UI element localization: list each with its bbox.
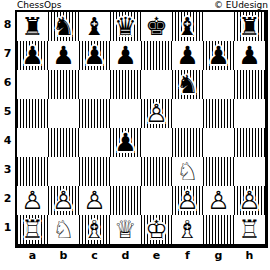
square-a2[interactable]: ♟♙	[17, 186, 48, 215]
square-b7[interactable]: ♟♟	[48, 41, 79, 70]
square-g2[interactable]: ♟♙	[203, 186, 234, 215]
square-e5[interactable]: ♟♙	[141, 99, 172, 128]
white-bishop-icon: ♗	[79, 215, 110, 244]
rank-label-7: 7	[0, 39, 15, 68]
square-b5[interactable]	[48, 99, 79, 128]
file-label-h: h	[234, 248, 265, 263]
white-knight-icon: ♘	[172, 157, 203, 186]
black-pawn-icon: ♟	[110, 128, 141, 157]
square-c2[interactable]: ♟♙	[79, 186, 110, 215]
black-king-icon: ♚	[141, 12, 172, 41]
white-pawn-icon: ♙	[17, 186, 48, 215]
copyright-credit: © EUdesign	[214, 0, 268, 10]
file-labels: abcdefgh	[17, 248, 265, 263]
rank-label-3: 3	[0, 155, 15, 184]
square-h4[interactable]	[234, 128, 265, 157]
black-queen-icon: ♛	[110, 12, 141, 41]
title-bar: ChessOps © EUdesign	[0, 0, 270, 10]
file-label-e: e	[141, 248, 172, 263]
square-g4[interactable]	[203, 128, 234, 157]
black-pawn-icon: ♟	[79, 41, 110, 70]
white-rook-icon: ♖	[17, 215, 48, 244]
rank-label-6: 6	[0, 68, 15, 97]
white-pawn-icon: ♙	[79, 186, 110, 215]
black-rook-icon: ♜	[17, 12, 48, 41]
black-pawn-icon: ♟	[203, 41, 234, 70]
rank-label-1: 1	[0, 213, 15, 242]
black-pawn-icon: ♟	[110, 41, 141, 70]
square-f5[interactable]	[172, 99, 203, 128]
white-knight-icon: ♘	[48, 215, 79, 244]
square-e1[interactable]: ♚♔	[141, 215, 172, 244]
chess-board: ♜♜♞♞♝♝♛♛♚♚♝♝♜♜♟♟♟♟♟♟♟♟♟♟♟♟♟♟♞♞♟♙♟♟♞♘♟♙♟♙…	[15, 10, 268, 248]
square-h6[interactable]	[234, 70, 265, 99]
square-d6[interactable]	[110, 70, 141, 99]
square-c1[interactable]: ♝♗	[79, 215, 110, 244]
square-g7[interactable]: ♟♟	[203, 41, 234, 70]
square-e2[interactable]	[141, 186, 172, 215]
square-a5[interactable]	[17, 99, 48, 128]
square-f6[interactable]: ♞♞	[172, 70, 203, 99]
square-c5[interactable]	[79, 99, 110, 128]
rank-label-5: 5	[0, 97, 15, 126]
white-king-icon: ♔	[141, 215, 172, 244]
rank-label-8: 8	[0, 10, 15, 39]
square-d5[interactable]	[110, 99, 141, 128]
square-f8[interactable]: ♝♝	[172, 12, 203, 41]
square-e4[interactable]	[141, 128, 172, 157]
square-g8[interactable]	[203, 12, 234, 41]
square-b4[interactable]	[48, 128, 79, 157]
rank-label-2: 2	[0, 184, 15, 213]
square-c7[interactable]: ♟♟	[79, 41, 110, 70]
white-pawn-icon: ♙	[203, 186, 234, 215]
black-knight-icon: ♞	[48, 12, 79, 41]
square-g5[interactable]	[203, 99, 234, 128]
square-f2[interactable]: ♟♙	[172, 186, 203, 215]
app-title: ChessOps	[17, 0, 61, 10]
black-rook-icon: ♜	[234, 12, 265, 41]
square-b6[interactable]	[48, 70, 79, 99]
square-h8[interactable]: ♜♜	[234, 12, 265, 41]
square-b2[interactable]: ♟♙	[48, 186, 79, 215]
white-queen-icon: ♕	[110, 215, 141, 244]
square-d1[interactable]: ♛♕	[110, 215, 141, 244]
square-d7[interactable]: ♟♟	[110, 41, 141, 70]
square-h5[interactable]	[234, 99, 265, 128]
square-g3[interactable]	[203, 157, 234, 186]
square-c3[interactable]	[79, 157, 110, 186]
rank-labels: 87654321	[0, 10, 15, 248]
square-a4[interactable]	[17, 128, 48, 157]
square-e3[interactable]	[141, 157, 172, 186]
square-h3[interactable]	[234, 157, 265, 186]
square-g6[interactable]	[203, 70, 234, 99]
file-label-b: b	[48, 248, 79, 263]
file-label-a: a	[17, 248, 48, 263]
square-f7[interactable]: ♟♟	[172, 41, 203, 70]
black-pawn-icon: ♟	[172, 41, 203, 70]
square-e8[interactable]: ♚♚	[141, 12, 172, 41]
square-d8[interactable]: ♛♛	[110, 12, 141, 41]
square-f3[interactable]: ♞♘	[172, 157, 203, 186]
square-d3[interactable]	[110, 157, 141, 186]
file-label-f: f	[172, 248, 203, 263]
white-pawn-icon: ♙	[48, 186, 79, 215]
black-pawn-icon: ♟	[17, 41, 48, 70]
square-b1[interactable]: ♞♘	[48, 215, 79, 244]
square-h2[interactable]: ♟♙	[234, 186, 265, 215]
black-pawn-icon: ♟	[48, 41, 79, 70]
square-e6[interactable]	[141, 70, 172, 99]
file-label-d: d	[110, 248, 141, 263]
square-h1[interactable]: ♜♖	[234, 215, 265, 244]
black-bishop-icon: ♝	[79, 12, 110, 41]
square-a8[interactable]: ♜♜	[17, 12, 48, 41]
square-f1[interactable]: ♝♗	[172, 215, 203, 244]
black-bishop-icon: ♝	[172, 12, 203, 41]
white-bishop-icon: ♗	[172, 215, 203, 244]
square-b3[interactable]	[48, 157, 79, 186]
black-pawn-icon: ♟	[234, 41, 265, 70]
white-pawn-icon: ♙	[141, 99, 172, 128]
square-g1[interactable]	[203, 215, 234, 244]
white-pawn-icon: ♙	[234, 186, 265, 215]
file-label-c: c	[79, 248, 110, 263]
square-c8[interactable]: ♝♝	[79, 12, 110, 41]
square-d4[interactable]: ♟♟	[110, 128, 141, 157]
black-knight-icon: ♞	[172, 70, 203, 99]
rank-label-4: 4	[0, 126, 15, 155]
square-d2[interactable]	[110, 186, 141, 215]
square-e7[interactable]	[141, 41, 172, 70]
file-label-g: g	[203, 248, 234, 263]
square-a7[interactable]: ♟♟	[17, 41, 48, 70]
square-a6[interactable]	[17, 70, 48, 99]
square-a1[interactable]: ♜♖	[17, 215, 48, 244]
square-c4[interactable]	[79, 128, 110, 157]
square-h7[interactable]: ♟♟	[234, 41, 265, 70]
white-pawn-icon: ♙	[172, 186, 203, 215]
square-f4[interactable]	[172, 128, 203, 157]
square-b8[interactable]: ♞♞	[48, 12, 79, 41]
white-rook-icon: ♖	[234, 215, 265, 244]
square-a3[interactable]	[17, 157, 48, 186]
square-c6[interactable]	[79, 70, 110, 99]
